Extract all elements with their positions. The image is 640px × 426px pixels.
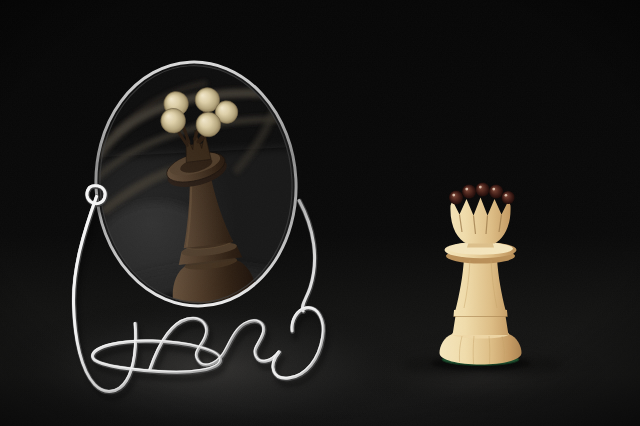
photo-canvas (0, 0, 640, 426)
vignette-overlay (0, 0, 640, 426)
chess-mirror-photograph (0, 0, 640, 426)
